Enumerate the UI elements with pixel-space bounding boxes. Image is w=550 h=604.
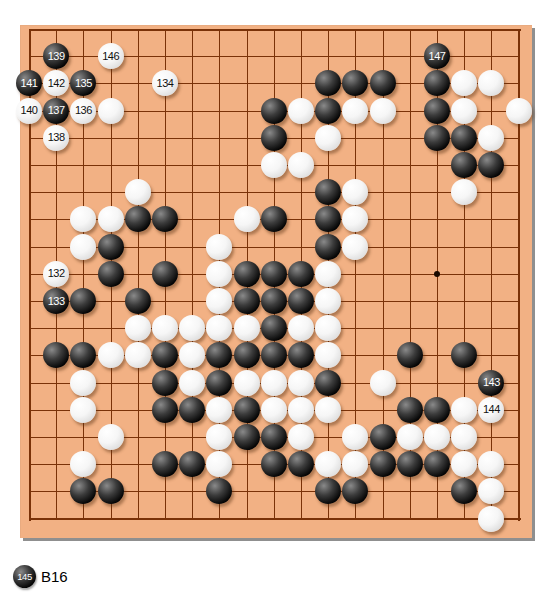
move-number-label: 140 (21, 105, 38, 116)
move-number-label: 137 (48, 105, 65, 116)
go-stone-white (98, 342, 124, 368)
go-stone-black (315, 206, 341, 232)
go-stone-black (206, 342, 232, 368)
go-stone-black (397, 451, 423, 477)
go-stone-white (315, 342, 341, 368)
go-stone-white (288, 152, 314, 178)
go-stone-white (342, 206, 368, 232)
go-stone-black (261, 125, 287, 151)
go-stone-white (315, 315, 341, 341)
caption-stone-black: 145 (13, 565, 36, 588)
go-stone-black (424, 451, 450, 477)
go-stone-black (397, 342, 423, 368)
go-stone-black (424, 397, 450, 423)
go-stone-white: 132 (43, 261, 69, 287)
go-stone-black (451, 125, 477, 151)
go-stone-black (152, 451, 178, 477)
go-stone-black (152, 370, 178, 396)
go-stone-black (179, 451, 205, 477)
go-stone-white (70, 234, 96, 260)
go-stone-black (125, 288, 151, 314)
move-number-label: 133 (48, 296, 65, 307)
go-stone-black (152, 397, 178, 423)
go-stone-white: 142 (43, 70, 69, 96)
go-stone-white (206, 315, 232, 341)
move-number-label: 134 (157, 78, 174, 89)
go-stone-black (478, 152, 504, 178)
go-stone-black: 141 (16, 70, 42, 96)
go-stone-black (424, 70, 450, 96)
go-stone-white (478, 70, 504, 96)
caption-location: B16 (41, 568, 68, 585)
go-stone-white (234, 370, 260, 396)
go-stone-white (125, 342, 151, 368)
go-stone-black (234, 342, 260, 368)
go-stone-black (451, 152, 477, 178)
go-stone-black (152, 261, 178, 287)
go-stone-white (288, 315, 314, 341)
go-stone-white (70, 206, 96, 232)
go-stone-white (424, 424, 450, 450)
go-stone-white (370, 370, 396, 396)
go-stone-black (288, 451, 314, 477)
page: { "board": { "size": 19, "bg_color": "#f… (0, 0, 550, 604)
go-stone-white (206, 288, 232, 314)
go-stone-white (125, 179, 151, 205)
go-stone-black (397, 397, 423, 423)
move-number-label: 132 (48, 268, 65, 279)
move-number-label: 146 (102, 51, 119, 62)
go-stone-black: 147 (424, 43, 450, 69)
go-stone-black: 143 (478, 370, 504, 396)
go-stone-black (315, 179, 341, 205)
go-stone-white (478, 506, 504, 532)
go-stone-white (315, 397, 341, 423)
go-stone-white (315, 288, 341, 314)
move-number-label: 141 (21, 78, 38, 89)
go-stone-white (451, 70, 477, 96)
go-stone-white (261, 152, 287, 178)
go-stone-white (342, 234, 368, 260)
grid-line-horizontal (29, 518, 521, 520)
go-stone-white (125, 315, 151, 341)
go-stone-white (288, 424, 314, 450)
go-stone-black (370, 451, 396, 477)
go-stone-black (234, 424, 260, 450)
go-stone-white (288, 397, 314, 423)
go-stone-white (478, 451, 504, 477)
go-stone-black: 137 (43, 98, 69, 124)
go-stone-black (152, 206, 178, 232)
go-stone-white (98, 98, 124, 124)
go-stone-white (70, 397, 96, 423)
go-stone-white (397, 424, 423, 450)
go-board[interactable]: 1391461471411421351341401371361381321331… (20, 25, 532, 538)
go-stone-white: 138 (43, 125, 69, 151)
go-stone-black (261, 261, 287, 287)
go-stone-white (179, 315, 205, 341)
go-stone-black (234, 288, 260, 314)
go-stone-white: 140 (16, 98, 42, 124)
go-stone-black (424, 98, 450, 124)
go-stone-black (261, 342, 287, 368)
go-stone-black (342, 70, 368, 96)
go-stone-black (152, 342, 178, 368)
grid-line-horizontal (29, 29, 521, 31)
go-stone-white (288, 370, 314, 396)
go-stone-white (234, 206, 260, 232)
go-stone-white: 144 (478, 397, 504, 423)
move-number-label: 139 (48, 51, 65, 62)
go-stone-white (342, 424, 368, 450)
go-stone-white (206, 261, 232, 287)
go-stone-black: 135 (70, 70, 96, 96)
go-stone-white (206, 451, 232, 477)
go-stone-black (43, 342, 69, 368)
go-stone-black: 139 (43, 43, 69, 69)
go-stone-black (342, 478, 368, 504)
go-stone-black (315, 478, 341, 504)
go-stone-black (261, 288, 287, 314)
go-stone-white (451, 451, 477, 477)
go-stone-white (506, 98, 532, 124)
go-stone-white (451, 397, 477, 423)
grid-line-vertical (491, 29, 492, 520)
go-stone-black (424, 125, 450, 151)
caption-move-number: 145 (17, 571, 31, 582)
go-stone-white (261, 397, 287, 423)
go-stone-white (478, 125, 504, 151)
go-stone-white (179, 342, 205, 368)
go-stone-white (315, 125, 341, 151)
go-stone-black (261, 451, 287, 477)
go-stone-white (315, 261, 341, 287)
go-stone-black (288, 261, 314, 287)
go-stone-black (261, 206, 287, 232)
go-stone-white (370, 98, 396, 124)
go-stone-white (342, 179, 368, 205)
go-stone-black: 133 (43, 288, 69, 314)
go-stone-white (70, 370, 96, 396)
go-stone-white (206, 234, 232, 260)
move-number-label: 147 (429, 51, 446, 62)
go-stone-white (179, 370, 205, 396)
go-stone-black (98, 478, 124, 504)
go-stone-white (98, 424, 124, 450)
move-number-label: 138 (48, 132, 65, 143)
go-stone-white: 134 (152, 70, 178, 96)
go-stone-white (98, 206, 124, 232)
go-stone-white (70, 451, 96, 477)
move-number-label: 143 (483, 377, 500, 388)
go-stone-white (342, 451, 368, 477)
go-stone-white (206, 397, 232, 423)
caption: 145 B16 (13, 563, 68, 589)
go-stone-white (451, 179, 477, 205)
go-stone-black (370, 70, 396, 96)
go-stone-black (206, 370, 232, 396)
go-stone-black (261, 424, 287, 450)
go-stone-white (315, 451, 341, 477)
go-stone-black (70, 478, 96, 504)
go-stone-black (98, 261, 124, 287)
move-number-label: 135 (75, 78, 92, 89)
go-stone-white (451, 424, 477, 450)
go-stone-black (179, 397, 205, 423)
go-stone-white (234, 315, 260, 341)
go-stone-white (342, 98, 368, 124)
go-stone-black (261, 315, 287, 341)
go-stone-white (261, 370, 287, 396)
go-stone-black (70, 342, 96, 368)
go-stone-black (315, 98, 341, 124)
move-number-label: 144 (483, 404, 500, 415)
go-stone-black (261, 98, 287, 124)
go-stone-white (206, 424, 232, 450)
go-stone-black (451, 342, 477, 368)
go-stone-black (315, 70, 341, 96)
go-stone-black (234, 261, 260, 287)
go-stone-black (288, 288, 314, 314)
go-stone-black (451, 478, 477, 504)
go-stone-black (315, 234, 341, 260)
go-stone-black (234, 397, 260, 423)
go-stone-white (288, 98, 314, 124)
move-number-label: 142 (48, 78, 65, 89)
go-stone-black (370, 424, 396, 450)
go-stone-black (125, 206, 151, 232)
go-stone-black (315, 370, 341, 396)
go-stone-black (206, 478, 232, 504)
go-stone-white (478, 478, 504, 504)
go-stone-black (98, 234, 124, 260)
go-stone-white: 146 (98, 43, 124, 69)
star-point (434, 271, 440, 277)
go-stone-black (288, 342, 314, 368)
go-stone-white (451, 98, 477, 124)
go-stone-white (152, 315, 178, 341)
go-stone-black (70, 288, 96, 314)
go-stone-white: 136 (70, 98, 96, 124)
move-number-label: 136 (75, 105, 92, 116)
